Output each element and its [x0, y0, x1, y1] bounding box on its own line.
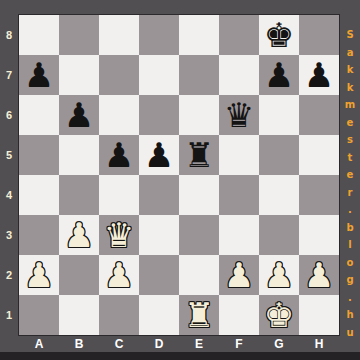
watermark-letter-0: S	[346, 30, 353, 40]
file-label-h: H	[299, 337, 339, 352]
square-d1	[139, 295, 179, 335]
square-a6	[19, 95, 59, 135]
watermark-letter-10: .	[348, 205, 352, 215]
piece-black-pawn: ♟	[19, 55, 59, 95]
square-b8	[59, 15, 99, 55]
piece-black-king: ♚	[259, 15, 299, 55]
square-h1	[299, 295, 339, 335]
square-a2: ♟	[19, 255, 59, 295]
square-c4	[99, 175, 139, 215]
piece-white-pawn: ♟	[19, 255, 59, 295]
watermark-letter-11: b	[346, 223, 353, 233]
piece-black-pawn: ♟	[299, 55, 339, 95]
square-g1: ♚	[259, 295, 299, 335]
rank-label-2: 2	[0, 255, 18, 295]
file-label-a: A	[19, 337, 59, 352]
piece-black-rook: ♜	[179, 135, 219, 175]
square-b6: ♟	[59, 95, 99, 135]
square-d2	[139, 255, 179, 295]
file-label-d: D	[139, 337, 179, 352]
piece-white-pawn: ♟	[219, 255, 259, 295]
watermark-letter-15: .	[348, 293, 352, 303]
square-b3: ♟	[59, 215, 99, 255]
square-f8	[219, 15, 259, 55]
piece-black-pawn: ♟	[99, 135, 139, 175]
square-c5: ♟	[99, 135, 139, 175]
watermark-letter-2: k	[347, 65, 354, 75]
square-e5: ♜	[179, 135, 219, 175]
piece-white-rook: ♜	[179, 295, 219, 335]
square-a7: ♟	[19, 55, 59, 95]
file-label-e: E	[179, 337, 219, 352]
square-h8	[299, 15, 339, 55]
square-g3	[259, 215, 299, 255]
square-g5	[259, 135, 299, 175]
piece-black-pawn: ♟	[59, 95, 99, 135]
file-label-g: G	[259, 337, 299, 352]
square-d6	[139, 95, 179, 135]
watermark-letter-3: k	[347, 83, 354, 93]
square-d7	[139, 55, 179, 95]
square-g8: ♚	[259, 15, 299, 55]
rank-labels: 87654321	[0, 15, 18, 335]
square-h4	[299, 175, 339, 215]
watermark-letter-14: g	[346, 275, 353, 285]
square-h2: ♟	[299, 255, 339, 295]
watermark-letter-7: t	[348, 153, 353, 163]
square-f1	[219, 295, 259, 335]
square-e7	[179, 55, 219, 95]
square-a1	[19, 295, 59, 335]
square-d5: ♟	[139, 135, 179, 175]
watermark-letter-12: l	[348, 240, 351, 250]
file-label-c: C	[99, 337, 139, 352]
square-c7	[99, 55, 139, 95]
watermark-letter-8: e	[347, 170, 354, 180]
piece-black-queen: ♛	[219, 95, 259, 135]
square-f4	[219, 175, 259, 215]
frame-bottom-band	[0, 352, 360, 360]
square-e8	[179, 15, 219, 55]
square-e4	[179, 175, 219, 215]
watermark-letter-9: r	[348, 188, 353, 198]
square-d4	[139, 175, 179, 215]
piece-white-pawn: ♟	[259, 255, 299, 295]
file-labels: ABCDEFGH	[19, 337, 339, 352]
watermark-letter-4: m	[345, 100, 355, 110]
square-c3: ♛	[99, 215, 139, 255]
square-e2	[179, 255, 219, 295]
file-label-b: B	[59, 337, 99, 352]
piece-white-pawn: ♟	[99, 255, 139, 295]
square-f7	[219, 55, 259, 95]
site-watermark: Sakkmester.blog.hu	[340, 30, 360, 338]
rank-label-5: 5	[0, 135, 18, 175]
file-label-f: F	[219, 337, 259, 352]
square-c8	[99, 15, 139, 55]
square-b4	[59, 175, 99, 215]
square-c6	[99, 95, 139, 135]
square-f2: ♟	[219, 255, 259, 295]
chess-diagram: 87654321 ♚♟♟♟♟♛♟♟♜♟♛♟♟♟♟♟♜♚ ABCDEFGH Sak…	[0, 0, 360, 360]
piece-white-pawn: ♟	[59, 215, 99, 255]
square-b5	[59, 135, 99, 175]
square-d8	[139, 15, 179, 55]
piece-black-pawn: ♟	[139, 135, 179, 175]
square-a4	[19, 175, 59, 215]
square-d3	[139, 215, 179, 255]
rank-label-7: 7	[0, 55, 18, 95]
rank-label-6: 6	[0, 95, 18, 135]
watermark-letter-5: e	[347, 118, 354, 128]
square-h6	[299, 95, 339, 135]
piece-white-queen: ♛	[99, 215, 139, 255]
square-f3	[219, 215, 259, 255]
piece-white-pawn: ♟	[299, 255, 339, 295]
watermark-letter-13: o	[347, 258, 354, 268]
square-f6: ♛	[219, 95, 259, 135]
watermark-letter-16: h	[346, 310, 353, 320]
square-f5	[219, 135, 259, 175]
chess-board: ♚♟♟♟♟♛♟♟♜♟♛♟♟♟♟♟♜♚	[18, 14, 340, 336]
square-g2: ♟	[259, 255, 299, 295]
watermark-letter-6: s	[347, 135, 353, 145]
square-b7	[59, 55, 99, 95]
square-h3	[299, 215, 339, 255]
square-a5	[19, 135, 59, 175]
square-g7: ♟	[259, 55, 299, 95]
watermark-letter-1: a	[347, 48, 354, 58]
square-c1	[99, 295, 139, 335]
square-g4	[259, 175, 299, 215]
rank-label-4: 4	[0, 175, 18, 215]
square-a3	[19, 215, 59, 255]
piece-white-king: ♚	[259, 295, 299, 335]
square-e6	[179, 95, 219, 135]
watermark-letter-17: u	[346, 328, 353, 338]
square-b1	[59, 295, 99, 335]
square-h5	[299, 135, 339, 175]
square-h7: ♟	[299, 55, 339, 95]
square-e1: ♜	[179, 295, 219, 335]
square-g6	[259, 95, 299, 135]
rank-label-1: 1	[0, 295, 18, 335]
square-e3	[179, 215, 219, 255]
square-c2: ♟	[99, 255, 139, 295]
square-a8	[19, 15, 59, 55]
piece-black-pawn: ♟	[259, 55, 299, 95]
square-b2	[59, 255, 99, 295]
rank-label-3: 3	[0, 215, 18, 255]
rank-label-8: 8	[0, 15, 18, 55]
